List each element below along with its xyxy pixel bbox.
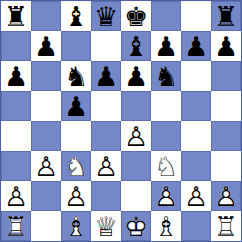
square-d6[interactable]: ♟	[91, 61, 121, 91]
white-knight-outline: ♘	[151, 151, 181, 181]
square-e2[interactable]	[121, 181, 151, 211]
square-a4[interactable]	[1, 121, 31, 151]
white-pawn-piece[interactable]: ♟♙	[1, 181, 31, 211]
square-b3[interactable]: ♟♙	[31, 151, 61, 181]
square-b8[interactable]	[31, 1, 61, 31]
white-pawn-piece[interactable]: ♟♙	[91, 151, 121, 181]
square-e8[interactable]: ♚	[121, 1, 151, 31]
square-a2[interactable]: ♟♙	[1, 181, 31, 211]
square-g8[interactable]	[181, 1, 211, 31]
white-pawn-outline: ♙	[61, 181, 91, 211]
white-queen-piece[interactable]: ♛♕	[91, 211, 121, 241]
black-pawn-piece[interactable]: ♟	[1, 61, 31, 91]
square-f6[interactable]: ♞	[151, 61, 181, 91]
black-knight-piece[interactable]: ♞	[151, 61, 181, 91]
square-d5[interactable]	[91, 91, 121, 121]
square-e5[interactable]	[121, 91, 151, 121]
white-pawn-outline: ♙	[211, 181, 241, 211]
square-h7[interactable]: ♟	[211, 31, 241, 61]
white-king-piece[interactable]: ♚♔	[121, 211, 151, 241]
white-pawn-piece[interactable]: ♟♙	[181, 181, 211, 211]
square-d1[interactable]: ♛♕	[91, 211, 121, 241]
square-h3[interactable]	[211, 151, 241, 181]
square-b6[interactable]	[31, 61, 61, 91]
black-pawn-piece[interactable]: ♟	[211, 31, 241, 61]
white-pawn-piece[interactable]: ♟♙	[31, 151, 61, 181]
square-f7[interactable]: ♟	[151, 31, 181, 61]
white-rook-piece[interactable]: ♜♖	[211, 211, 241, 241]
square-e4[interactable]: ♟♙	[121, 121, 151, 151]
white-pawn-outline: ♙	[91, 151, 121, 181]
square-d4[interactable]	[91, 121, 121, 151]
square-h1[interactable]: ♜♖	[211, 211, 241, 241]
black-rook-piece[interactable]: ♜	[211, 1, 241, 31]
black-bishop-piece[interactable]: ♝	[61, 1, 91, 31]
square-f4[interactable]	[151, 121, 181, 151]
square-a8[interactable]: ♜	[1, 1, 31, 31]
square-g6[interactable]	[181, 61, 211, 91]
square-b5[interactable]	[31, 91, 61, 121]
black-rook-piece[interactable]: ♜	[1, 1, 31, 31]
square-h5[interactable]	[211, 91, 241, 121]
square-a5[interactable]	[1, 91, 31, 121]
square-h6[interactable]	[211, 61, 241, 91]
square-c4[interactable]	[61, 121, 91, 151]
square-c6[interactable]: ♞	[61, 61, 91, 91]
white-pawn-piece[interactable]: ♟♙	[61, 181, 91, 211]
black-king-piece[interactable]: ♚	[121, 1, 151, 31]
square-a1[interactable]: ♜♖	[1, 211, 31, 241]
square-h8[interactable]: ♜	[211, 1, 241, 31]
black-pawn-piece[interactable]: ♟	[31, 31, 61, 61]
square-h4[interactable]	[211, 121, 241, 151]
square-g3[interactable]	[181, 151, 211, 181]
chess-board: ♜♝♛♚♜♟♝♟♟♟♟♞♟♟♞♟♟♙♟♙♞♘♟♙♞♘♟♙♟♙♟♙♟♙♟♙♜♖♝♗…	[0, 0, 242, 242]
white-rook-piece[interactable]: ♜♖	[1, 211, 31, 241]
white-queen-outline: ♕	[91, 211, 121, 241]
square-g4[interactable]	[181, 121, 211, 151]
square-a3[interactable]	[1, 151, 31, 181]
square-f8[interactable]	[151, 1, 181, 31]
white-pawn-outline: ♙	[121, 121, 151, 151]
black-pawn-piece[interactable]: ♟	[91, 61, 121, 91]
square-c5[interactable]: ♟	[61, 91, 91, 121]
black-pawn-piece[interactable]: ♟	[181, 31, 211, 61]
white-pawn-piece[interactable]: ♟♙	[121, 121, 151, 151]
white-pawn-outline: ♙	[31, 151, 61, 181]
white-pawn-outline: ♙	[151, 181, 181, 211]
square-d3[interactable]: ♟♙	[91, 151, 121, 181]
square-d8[interactable]: ♛	[91, 1, 121, 31]
square-g5[interactable]	[181, 91, 211, 121]
square-h2[interactable]: ♟♙	[211, 181, 241, 211]
white-bishop-piece[interactable]: ♝♗	[61, 211, 91, 241]
white-rook-outline: ♖	[1, 211, 31, 241]
white-knight-piece[interactable]: ♞♘	[151, 151, 181, 181]
square-f2[interactable]: ♟♙	[151, 181, 181, 211]
square-g2[interactable]: ♟♙	[181, 181, 211, 211]
white-pawn-outline: ♙	[181, 181, 211, 211]
square-c7[interactable]	[61, 31, 91, 61]
square-e7[interactable]: ♝	[121, 31, 151, 61]
white-bishop-piece[interactable]: ♝♗	[151, 211, 181, 241]
square-f5[interactable]	[151, 91, 181, 121]
black-pawn-piece[interactable]: ♟	[151, 31, 181, 61]
square-g1[interactable]	[181, 211, 211, 241]
square-b4[interactable]	[31, 121, 61, 151]
square-e6[interactable]: ♟	[121, 61, 151, 91]
white-bishop-outline: ♗	[61, 211, 91, 241]
black-queen-piece[interactable]: ♛	[91, 1, 121, 31]
white-knight-piece[interactable]: ♞♘	[61, 151, 91, 181]
white-pawn-piece[interactable]: ♟♙	[211, 181, 241, 211]
white-king-outline: ♔	[121, 211, 151, 241]
square-b7[interactable]: ♟	[31, 31, 61, 61]
square-c3[interactable]: ♞♘	[61, 151, 91, 181]
square-c2[interactable]: ♟♙	[61, 181, 91, 211]
square-b1[interactable]	[31, 211, 61, 241]
square-d2[interactable]	[91, 181, 121, 211]
square-d7[interactable]	[91, 31, 121, 61]
white-pawn-piece[interactable]: ♟♙	[151, 181, 181, 211]
white-pawn-outline: ♙	[1, 181, 31, 211]
square-f1[interactable]: ♝♗	[151, 211, 181, 241]
black-bishop-piece[interactable]: ♝	[121, 31, 151, 61]
white-bishop-outline: ♗	[151, 211, 181, 241]
square-e1[interactable]: ♚♔	[121, 211, 151, 241]
square-a7[interactable]	[1, 31, 31, 61]
black-knight-piece[interactable]: ♞	[61, 61, 91, 91]
black-pawn-piece[interactable]: ♟	[61, 91, 91, 121]
square-e3[interactable]	[121, 151, 151, 181]
square-g7[interactable]: ♟	[181, 31, 211, 61]
white-rook-outline: ♖	[211, 211, 241, 241]
black-pawn-piece[interactable]: ♟	[121, 61, 151, 91]
square-b2[interactable]	[31, 181, 61, 211]
square-f3[interactable]: ♞♘	[151, 151, 181, 181]
square-c8[interactable]: ♝	[61, 1, 91, 31]
square-c1[interactable]: ♝♗	[61, 211, 91, 241]
square-a6[interactable]: ♟	[1, 61, 31, 91]
white-knight-outline: ♘	[61, 151, 91, 181]
